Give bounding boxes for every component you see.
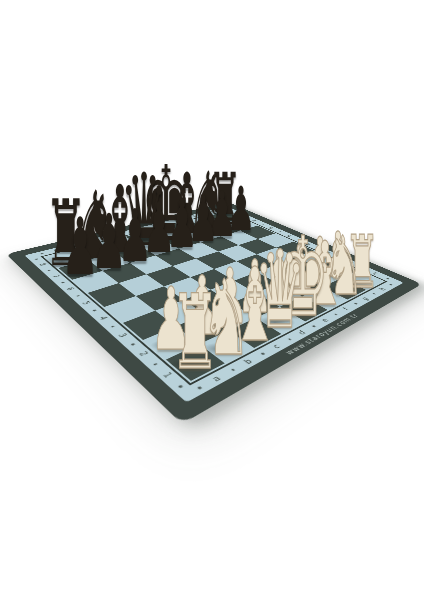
chess-board-mat: 88aa77bb66cc55dd44ee33ff22gg11hh www.sta… [6,202,422,424]
chess-set-photo: 88aa77bb66cc55dd44ee33ff22gg11hh www.sta… [0,0,424,600]
